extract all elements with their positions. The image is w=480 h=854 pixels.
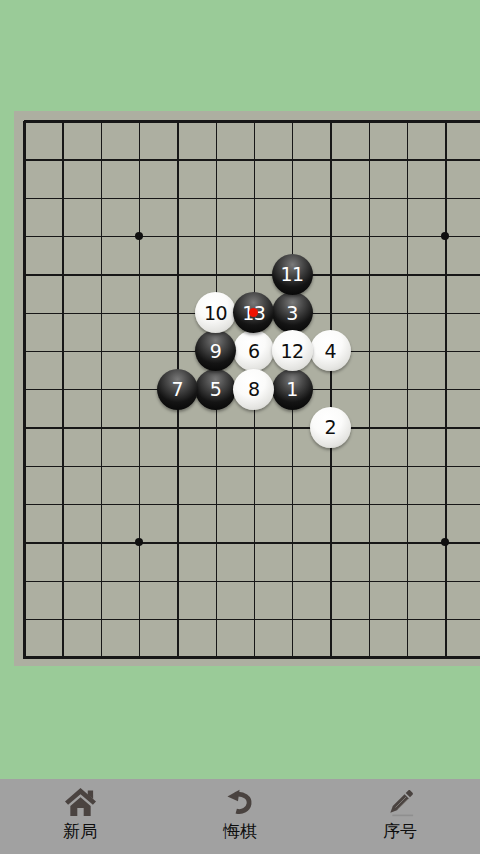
grid-line — [24, 274, 480, 275]
stone-number: 6 — [248, 340, 260, 362]
stone-number: 3 — [286, 302, 298, 324]
stone-5: 5 — [195, 369, 236, 410]
gomoku-board[interactable]: 12345678910111213 — [14, 111, 480, 666]
star-point — [135, 538, 143, 546]
stone-4: 4 — [310, 330, 351, 371]
undo-label: 悔棋 — [223, 821, 257, 841]
grid-line — [330, 121, 331, 659]
grid-line — [24, 619, 480, 620]
toolbar: 新局 悔棋 序号 — [0, 779, 480, 854]
stone-number: 8 — [248, 378, 260, 400]
stone-number: 7 — [171, 378, 183, 400]
stone-13: 13 — [233, 292, 274, 333]
home-icon — [63, 787, 98, 818]
stone-7: 7 — [157, 369, 198, 410]
grid-line — [407, 121, 408, 659]
grid-line — [24, 656, 480, 659]
stone-12: 12 — [272, 330, 313, 371]
grid-line — [24, 427, 480, 428]
stone-9: 9 — [195, 330, 236, 371]
undo-icon — [225, 787, 256, 818]
star-point — [441, 538, 449, 546]
numbering-button[interactable]: 序号 — [320, 779, 480, 854]
stone-number: 5 — [210, 378, 222, 400]
undo-button[interactable]: 悔棋 — [160, 779, 320, 854]
grid-line — [24, 159, 480, 160]
grid-line — [24, 504, 480, 505]
star-point — [135, 232, 143, 240]
numbering-label: 序号 — [383, 821, 417, 841]
stone-3: 3 — [272, 292, 313, 333]
grid-line — [24, 581, 480, 582]
grid-line — [24, 198, 480, 199]
new-game-label: 新局 — [63, 821, 97, 841]
grid-line — [23, 121, 26, 659]
grid-line — [369, 121, 370, 659]
grid-line — [445, 121, 446, 659]
new-game-button[interactable]: 新局 — [0, 779, 160, 854]
stone-number: 1 — [286, 378, 298, 400]
stone-2: 2 — [310, 407, 351, 448]
grid-line — [24, 542, 480, 543]
grid-line — [24, 236, 480, 237]
grid-line — [24, 466, 480, 467]
grid-line — [62, 121, 63, 659]
stone-8: 8 — [233, 369, 274, 410]
stone-number: 2 — [325, 416, 337, 438]
gomoku-app-screen: 12345678910111213 新局 悔棋 — [0, 0, 480, 854]
pencil-icon — [385, 787, 416, 818]
grid-line — [101, 121, 102, 659]
stone-6: 6 — [233, 330, 274, 371]
stone-10: 10 — [195, 292, 236, 333]
stone-1: 1 — [272, 369, 313, 410]
stone-number: 11 — [281, 263, 304, 285]
grid-line — [139, 121, 140, 659]
stone-number: 4 — [325, 340, 337, 362]
stone-number: 10 — [204, 302, 227, 324]
stone-number: 12 — [281, 340, 304, 362]
grid-line — [24, 120, 480, 123]
stone-number: 9 — [210, 340, 222, 362]
star-point — [441, 232, 449, 240]
stone-11: 11 — [272, 254, 313, 295]
